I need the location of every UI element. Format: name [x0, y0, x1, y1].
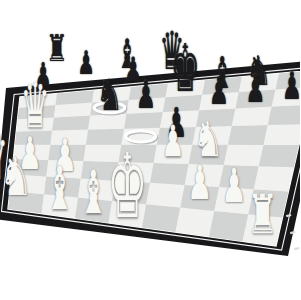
square-h6[interactable]: [268, 105, 300, 125]
piece-black-p-h7[interactable]: ♟: [281, 67, 300, 105]
square-g1[interactable]: [209, 211, 248, 242]
piece-black-p-f7[interactable]: ♟: [208, 71, 230, 109]
piece-white-p-e4[interactable]: ♟: [160, 120, 185, 163]
piece-black-p-d7[interactable]: ♟: [135, 76, 157, 114]
piece-white-r-h1[interactable]: ♜: [245, 186, 280, 240]
captured-black-p-3[interactable]: ♟: [76, 46, 95, 79]
piece-white-p-g2[interactable]: ♟: [220, 163, 248, 210]
piece-white-b-b1[interactable]: ♝: [43, 159, 76, 219]
square-h5[interactable]: [264, 124, 301, 145]
square-e2[interactable]: [146, 183, 185, 208]
chessboard-product-photo: ♜♝♛♟♟♞♟♝♚♟♟♟♟♞♛♟♟♞♟♟♛♞♟♟♝♝♚♜: [0, 0, 300, 300]
piece-black-k-e8[interactable]: ♚: [169, 37, 202, 103]
square-f1[interactable]: [176, 208, 215, 237]
piece-black-p-g7[interactable]: ♟: [244, 69, 266, 107]
piece-white-p-f2[interactable]: ♟: [186, 160, 214, 207]
square-e3[interactable]: [150, 163, 189, 185]
frame-control-icon-3[interactable]: [294, 247, 299, 250]
piece-white-k-d1[interactable]: ♚: [105, 143, 150, 233]
captured-white-n-1[interactable]: ♞: [0, 152, 34, 205]
square-g5[interactable]: [228, 125, 268, 145]
square-h4[interactable]: [259, 145, 299, 167]
piece-black-n-c7[interactable]: ♞: [95, 74, 125, 117]
